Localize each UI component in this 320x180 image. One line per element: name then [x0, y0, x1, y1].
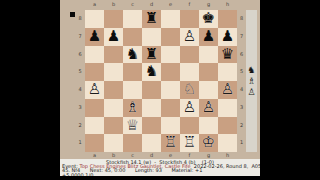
file-labels-top-e: e [161, 1, 180, 9]
rank-labels-right-5: 5 [238, 63, 245, 81]
black-pawn[interactable]: ♟ [85, 28, 104, 46]
caption-panel: Stockfish 14.1 (w) - Stockfish 4 (b) (1-… [60, 159, 260, 176]
file-labels-bottom-b: b [104, 152, 123, 159]
square-b8[interactable] [104, 10, 123, 28]
chess-board[interactable]: ♜♚♟♟♙♟♟♞♜♛♞♙♘♙♗♙♙♕♖♖♔ [85, 10, 237, 152]
black-pawn[interactable]: ♟ [199, 28, 218, 46]
square-c8[interactable] [123, 10, 142, 28]
file-labels-top-c: c [123, 1, 142, 9]
square-g6[interactable] [199, 46, 218, 64]
file-labels-top-d: d [142, 1, 161, 9]
square-d3[interactable] [142, 99, 161, 117]
square-c7[interactable] [123, 28, 142, 46]
file-labels-top: abcdefgh [85, 1, 237, 9]
black-knight-icon: ♞ [247, 65, 255, 76]
square-e7[interactable] [161, 28, 180, 46]
square-b4[interactable] [104, 81, 123, 99]
black-knight[interactable]: ♞ [123, 46, 142, 64]
eval-line: +5.0000 1/0 [62, 173, 258, 176]
square-g5[interactable] [199, 63, 218, 81]
square-f8[interactable] [180, 10, 199, 28]
file-labels-bottom-c: c [123, 152, 142, 159]
square-a6[interactable] [85, 46, 104, 64]
square-b6[interactable] [104, 46, 123, 64]
black-rook[interactable]: ♜ [142, 46, 161, 64]
black-pawn[interactable]: ♟ [104, 28, 123, 46]
black-pawn[interactable]: ♟ [218, 28, 237, 46]
square-b5[interactable] [104, 63, 123, 81]
square-a7[interactable]: ♟ [85, 28, 104, 46]
square-h2[interactable] [218, 117, 237, 135]
square-b2[interactable] [104, 117, 123, 135]
square-c6[interactable]: ♞ [123, 46, 142, 64]
rank-labels-left-5: 5 [76, 63, 84, 81]
square-d2[interactable] [142, 117, 161, 135]
file-labels-bottom-d: d [142, 152, 161, 159]
rank-labels-right-8: 8 [238, 10, 245, 28]
rank-labels-right-4: 4 [238, 81, 245, 99]
file-labels-top-h: h [218, 1, 237, 9]
square-f5[interactable] [180, 63, 199, 81]
rank-labels-left-6: 6 [76, 46, 84, 64]
white-pawn-icon: ♙ [247, 87, 255, 98]
square-f2[interactable] [180, 117, 199, 135]
rank-labels-left-4: 4 [76, 81, 84, 99]
file-labels-top-g: g [199, 1, 218, 9]
white-bishop-icon: ♗ [247, 76, 255, 87]
square-g7[interactable]: ♟ [199, 28, 218, 46]
square-g3[interactable]: ♙ [199, 99, 218, 117]
black-rook[interactable]: ♜ [142, 10, 161, 28]
file-labels-top-f: f [180, 1, 199, 9]
black-king[interactable]: ♚ [199, 10, 218, 28]
video-frame: abcdefgh 87654321 ♜♚♟♟♙♟♟♞♜♛♞♙♘♙♗♙♙♕♖♖♔ … [0, 0, 320, 180]
white-pawn[interactable]: ♙ [199, 99, 218, 117]
rank-labels-left-2: 2 [76, 117, 84, 135]
file-labels-top-b: b [104, 1, 123, 9]
file-labels-top-a: a [85, 1, 104, 9]
square-c3[interactable]: ♗ [123, 99, 142, 117]
black-queen[interactable]: ♛ [218, 46, 237, 64]
rank-labels-right-3: 3 [238, 99, 245, 117]
square-c2[interactable]: ♕ [123, 117, 142, 135]
square-e3[interactable] [161, 99, 180, 117]
file-labels-bottom-e: e [161, 152, 180, 159]
rank-labels-left-1: 1 [76, 134, 84, 152]
square-a8[interactable] [85, 10, 104, 28]
square-h7[interactable]: ♟ [218, 28, 237, 46]
square-b7[interactable]: ♟ [104, 28, 123, 46]
file-labels-bottom-h: h [218, 152, 237, 159]
square-f7[interactable]: ♙ [180, 28, 199, 46]
file-labels-bottom-f: f [180, 152, 199, 159]
square-f1[interactable]: ♖ [180, 134, 199, 152]
square-e5[interactable] [161, 63, 180, 81]
square-g4[interactable] [199, 81, 218, 99]
white-pawn[interactable]: ♙ [218, 81, 237, 99]
white-pawn[interactable]: ♙ [180, 28, 199, 46]
square-d1[interactable] [142, 134, 161, 152]
square-c1[interactable] [123, 134, 142, 152]
square-e2[interactable] [161, 117, 180, 135]
white-pawn[interactable]: ♙ [180, 99, 199, 117]
square-f6[interactable] [180, 46, 199, 64]
square-h8[interactable] [218, 10, 237, 28]
rank-labels-left-8: 8 [76, 10, 84, 28]
white-rook[interactable]: ♖ [161, 134, 180, 152]
file-labels-bottom-a: a [85, 152, 104, 159]
square-a3[interactable] [85, 99, 104, 117]
square-e8[interactable] [161, 10, 180, 28]
square-d4[interactable] [142, 81, 161, 99]
square-a2[interactable] [85, 117, 104, 135]
square-g1[interactable]: ♔ [199, 134, 218, 152]
square-f3[interactable]: ♙ [180, 99, 199, 117]
rank-labels-right-7: 7 [238, 28, 245, 46]
white-king[interactable]: ♔ [199, 134, 218, 152]
file-labels-bottom: abcdefgh [85, 152, 237, 159]
square-d6[interactable]: ♜ [142, 46, 161, 64]
square-e6[interactable] [161, 46, 180, 64]
square-g8[interactable]: ♚ [199, 10, 218, 28]
black-knight[interactable]: ♞ [142, 63, 161, 81]
square-h6[interactable]: ♛ [218, 46, 237, 64]
square-h1[interactable] [218, 134, 237, 152]
square-e4[interactable] [161, 81, 180, 99]
rank-labels-left: 87654321 [76, 10, 84, 152]
rank-labels-left-3: 3 [76, 99, 84, 117]
rank-labels-right-2: 2 [238, 117, 245, 135]
square-f4[interactable]: ♘ [180, 81, 199, 99]
game-view: abcdefgh 87654321 ♜♚♟♟♙♟♟♞♜♛♞♙♘♙♗♙♙♕♖♖♔ … [60, 0, 260, 176]
file-labels-bottom-g: g [199, 152, 218, 159]
material-panel: ♞♗♙ [246, 10, 257, 152]
square-a5[interactable] [85, 63, 104, 81]
rank-labels-right: 87654321 [238, 10, 245, 152]
square-c4[interactable] [123, 81, 142, 99]
square-b3[interactable] [104, 99, 123, 117]
white-rook[interactable]: ♖ [180, 134, 199, 152]
square-d7[interactable] [142, 28, 161, 46]
square-h5[interactable] [218, 63, 237, 81]
white-pawn[interactable]: ♙ [85, 81, 104, 99]
rank-labels-right-1: 1 [238, 134, 245, 152]
square-b1[interactable] [104, 134, 123, 152]
square-h3[interactable] [218, 99, 237, 117]
white-bishop[interactable]: ♗ [123, 99, 142, 117]
white-knight[interactable]: ♘ [180, 81, 199, 99]
white-queen[interactable]: ♕ [123, 117, 142, 135]
rank-labels-right-6: 6 [238, 46, 245, 64]
square-a4[interactable]: ♙ [85, 81, 104, 99]
turn-indicator [70, 12, 75, 17]
square-a1[interactable] [85, 134, 104, 152]
square-h4[interactable]: ♙ [218, 81, 237, 99]
square-d8[interactable]: ♜ [142, 10, 161, 28]
square-e1[interactable]: ♖ [161, 134, 180, 152]
rank-labels-left-7: 7 [76, 28, 84, 46]
square-c5[interactable] [123, 63, 142, 81]
square-g2[interactable] [199, 117, 218, 135]
square-d5[interactable]: ♞ [142, 63, 161, 81]
